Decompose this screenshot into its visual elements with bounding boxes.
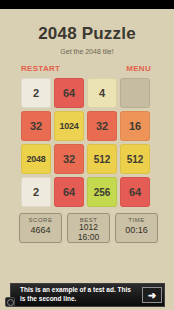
restart-button[interactable]: RESTART (21, 64, 60, 73)
time-box: TIME 00:16 (115, 213, 158, 243)
tile-64: 64 (54, 177, 84, 207)
best-time-value: 16:00 (68, 233, 109, 243)
ad-info-icon (7, 299, 14, 306)
menu-button[interactable]: MENU (126, 64, 151, 73)
controls-bar: RESTART MENU (21, 64, 151, 73)
tile-64: 64 (120, 177, 150, 207)
score-box: SCORE 4664 (19, 213, 62, 243)
tile-64: 64 (54, 78, 84, 108)
tile-1024: 1024 (54, 111, 84, 141)
time-label: TIME (116, 217, 157, 223)
score-value: 4664 (20, 225, 61, 235)
tile-empty (120, 78, 150, 108)
tile-32: 32 (54, 144, 84, 174)
status-bar (0, 0, 174, 9)
arrow-right-icon: ➜ (148, 290, 156, 301)
ad-info-button[interactable] (5, 297, 15, 307)
best-box: BEST 1012 16:00 (67, 213, 110, 243)
tile-2048: 2048 (21, 144, 51, 174)
score-label: SCORE (20, 217, 61, 223)
tile-16: 16 (120, 111, 150, 141)
time-value: 00:16 (116, 225, 157, 235)
tile-512: 512 (87, 144, 117, 174)
tile-32: 32 (87, 111, 117, 141)
ad-arrow-button[interactable]: ➜ (142, 287, 162, 303)
ad-banner[interactable]: This is an example of a test ad. This is… (10, 283, 165, 307)
ad-text: This is an example of a test ad. This is… (11, 286, 138, 304)
tile-256: 256 (87, 177, 117, 207)
tile-4: 4 (87, 78, 117, 108)
tile-512: 512 (120, 144, 150, 174)
stats-bar: SCORE 4664 BEST 1012 16:00 TIME 00:16 (19, 213, 158, 243)
tile-2: 2 (21, 177, 51, 207)
page-title: 2048 Puzzle (0, 24, 174, 44)
board[interactable]: 2644321024321620483251251226425664 (21, 78, 150, 207)
tile-2: 2 (21, 78, 51, 108)
page-subtitle: Get the 2048 tile! (0, 48, 174, 55)
tile-32: 32 (21, 111, 51, 141)
